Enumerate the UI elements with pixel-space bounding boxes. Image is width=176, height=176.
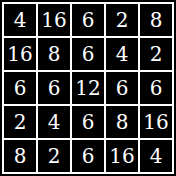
cell-r1c5[interactable]: 8 [140,4,172,36]
cell-r2c2[interactable]: 8 [38,38,70,70]
cell-r5c5[interactable]: 4 [140,140,172,172]
cell-r1c2[interactable]: 16 [38,4,70,36]
cell-r3c4[interactable]: 6 [106,72,138,104]
cell-r5c1[interactable]: 8 [4,140,36,172]
cell-r4c3[interactable]: 6 [72,106,104,138]
cell-r2c3[interactable]: 6 [72,38,104,70]
cell-r2c4[interactable]: 4 [106,38,138,70]
cell-r3c2[interactable]: 6 [38,72,70,104]
cell-r4c5[interactable]: 16 [140,106,172,138]
puzzle-board: 416628168642661266246816826164 [2,2,174,174]
cell-r3c5[interactable]: 6 [140,72,172,104]
cell-r4c4[interactable]: 8 [106,106,138,138]
cell-r3c1[interactable]: 6 [4,72,36,104]
cell-r4c1[interactable]: 2 [4,106,36,138]
cell-r1c4[interactable]: 2 [106,4,138,36]
cell-r2c1[interactable]: 16 [4,38,36,70]
cell-r1c1[interactable]: 4 [4,4,36,36]
cell-r2c5[interactable]: 2 [140,38,172,70]
cell-r5c3[interactable]: 6 [72,140,104,172]
cell-r5c4[interactable]: 16 [106,140,138,172]
cell-r4c2[interactable]: 4 [38,106,70,138]
cell-r3c3[interactable]: 12 [72,72,104,104]
cell-r1c3[interactable]: 6 [72,4,104,36]
cell-r5c2[interactable]: 2 [38,140,70,172]
